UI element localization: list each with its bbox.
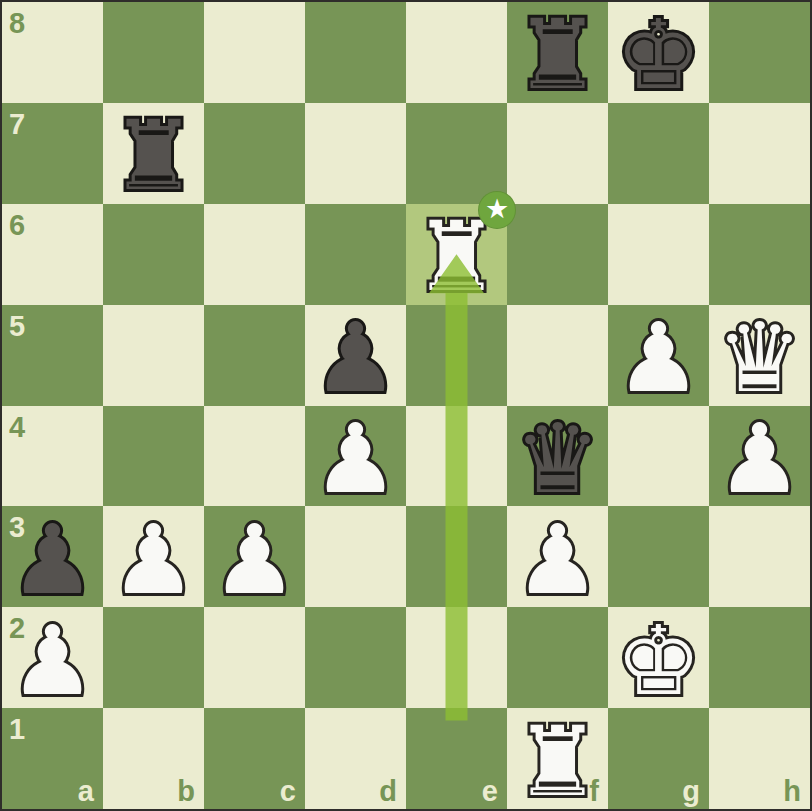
square-d1[interactable]: d xyxy=(305,708,406,809)
white-rook-e6[interactable]: ♜ xyxy=(413,209,499,305)
file-label-g: g xyxy=(682,777,700,806)
square-b3[interactable]: ♟ xyxy=(103,506,204,607)
black-pawn-a3[interactable]: ♟ xyxy=(9,512,95,608)
square-e8[interactable] xyxy=(406,2,507,103)
square-c8[interactable] xyxy=(204,2,305,103)
rank-label-5: 5 xyxy=(9,312,25,341)
square-e1[interactable]: e xyxy=(406,708,507,809)
square-h2[interactable] xyxy=(709,607,810,708)
white-pawn-b3[interactable]: ♟ xyxy=(110,512,196,608)
square-b1[interactable]: b xyxy=(103,708,204,809)
square-c2[interactable] xyxy=(204,607,305,708)
square-a4[interactable]: 4 xyxy=(2,406,103,507)
square-h6[interactable] xyxy=(709,204,810,305)
square-d6[interactable] xyxy=(305,204,406,305)
rank-label-6: 6 xyxy=(9,211,25,240)
file-label-c: c xyxy=(280,777,296,806)
square-e7[interactable] xyxy=(406,103,507,204)
rank-label-4: 4 xyxy=(9,413,25,442)
white-pawn-d4[interactable]: ♟ xyxy=(312,411,398,507)
square-f3[interactable]: ♟ xyxy=(507,506,608,607)
square-d7[interactable] xyxy=(305,103,406,204)
square-d8[interactable] xyxy=(305,2,406,103)
square-g8[interactable]: ♚ xyxy=(608,2,709,103)
rank-label-1: 1 xyxy=(9,715,25,744)
square-c7[interactable] xyxy=(204,103,305,204)
file-label-a: a xyxy=(78,777,94,806)
white-pawn-c3[interactable]: ♟ xyxy=(211,512,297,608)
square-g4[interactable] xyxy=(608,406,709,507)
white-pawn-f3[interactable]: ♟ xyxy=(514,512,600,608)
square-c6[interactable] xyxy=(204,204,305,305)
square-b8[interactable] xyxy=(103,2,204,103)
square-d3[interactable] xyxy=(305,506,406,607)
square-h1[interactable]: h xyxy=(709,708,810,809)
square-g5[interactable]: ♟ xyxy=(608,305,709,406)
white-rook-f1[interactable]: ♜ xyxy=(514,714,600,810)
file-label-e: e xyxy=(482,777,498,806)
black-rook-b7[interactable]: ♜ xyxy=(110,108,196,204)
square-g3[interactable] xyxy=(608,506,709,607)
square-b5[interactable] xyxy=(103,305,204,406)
square-f2[interactable] xyxy=(507,607,608,708)
square-b2[interactable] xyxy=(103,607,204,708)
square-g7[interactable] xyxy=(608,103,709,204)
square-h5[interactable]: ♛ xyxy=(709,305,810,406)
square-h4[interactable]: ♟ xyxy=(709,406,810,507)
square-f4[interactable]: ♛ xyxy=(507,406,608,507)
chess-board: 8♜♚7♜6♜5♟♟♛4♟♛♟3♟♟♟♟2♟♚1abcdef♜gh★ xyxy=(2,2,810,809)
square-e5[interactable] xyxy=(406,305,507,406)
square-g6[interactable] xyxy=(608,204,709,305)
square-h7[interactable] xyxy=(709,103,810,204)
square-e4[interactable] xyxy=(406,406,507,507)
square-f7[interactable] xyxy=(507,103,608,204)
white-pawn-a2[interactable]: ♟ xyxy=(9,613,95,709)
white-pawn-h4[interactable]: ♟ xyxy=(716,411,802,507)
file-label-b: b xyxy=(177,777,195,806)
square-c1[interactable]: c xyxy=(204,708,305,809)
black-pawn-d5[interactable]: ♟ xyxy=(312,310,398,406)
square-h3[interactable] xyxy=(709,506,810,607)
square-e3[interactable] xyxy=(406,506,507,607)
square-a6[interactable]: 6 xyxy=(2,204,103,305)
square-a5[interactable]: 5 xyxy=(2,305,103,406)
rank-label-7: 7 xyxy=(9,110,25,139)
square-c4[interactable] xyxy=(204,406,305,507)
square-d2[interactable] xyxy=(305,607,406,708)
square-b6[interactable] xyxy=(103,204,204,305)
square-d4[interactable]: ♟ xyxy=(305,406,406,507)
square-f1[interactable]: f♜ xyxy=(507,708,608,809)
square-h8[interactable] xyxy=(709,2,810,103)
white-pawn-g5[interactable]: ♟ xyxy=(615,310,701,406)
square-f6[interactable] xyxy=(507,204,608,305)
square-g2[interactable]: ♚ xyxy=(608,607,709,708)
white-queen-h5[interactable]: ♛ xyxy=(716,310,802,406)
square-a7[interactable]: 7 xyxy=(2,103,103,204)
square-c5[interactable] xyxy=(204,305,305,406)
square-e6[interactable]: ♜ xyxy=(406,204,507,305)
file-label-h: h xyxy=(783,777,801,806)
file-label-d: d xyxy=(379,777,397,806)
square-a2[interactable]: 2♟ xyxy=(2,607,103,708)
white-king-g2[interactable]: ♚ xyxy=(615,613,701,709)
square-c3[interactable]: ♟ xyxy=(204,506,305,607)
square-e2[interactable] xyxy=(406,607,507,708)
black-king-g8[interactable]: ♚ xyxy=(615,7,701,103)
square-f5[interactable] xyxy=(507,305,608,406)
black-queen-f4[interactable]: ♛ xyxy=(514,411,600,507)
square-a8[interactable]: 8 xyxy=(2,2,103,103)
square-b4[interactable] xyxy=(103,406,204,507)
square-b7[interactable]: ♜ xyxy=(103,103,204,204)
rank-label-8: 8 xyxy=(9,9,25,38)
square-d5[interactable]: ♟ xyxy=(305,305,406,406)
square-a1[interactable]: 1a xyxy=(2,708,103,809)
square-f8[interactable]: ♜ xyxy=(507,2,608,103)
square-a3[interactable]: 3♟ xyxy=(2,506,103,607)
square-g1[interactable]: g xyxy=(608,708,709,809)
black-rook-f8[interactable]: ♜ xyxy=(514,7,600,103)
